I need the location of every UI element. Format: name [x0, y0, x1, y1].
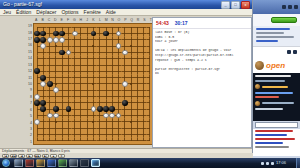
black-stone: [40, 75, 46, 81]
nav-button[interactable]: ◀◀: [10, 154, 17, 158]
black-stone: [103, 106, 109, 112]
browser-window-sliver: open: [253, 0, 300, 158]
chat-text: [255, 92, 293, 94]
taskbar-app-icon[interactable]: [25, 159, 34, 167]
chat-line: [255, 75, 300, 77]
black-stone: [34, 68, 40, 74]
system-tray: 17:06: [261, 158, 286, 168]
menu-item-fenêtre[interactable]: Fenêtre: [84, 10, 101, 15]
taskbar-clock[interactable]: 17:06: [276, 161, 286, 165]
log-line: noir a jouer: [155, 40, 249, 44]
nav-button[interactable]: ▼: [58, 154, 65, 158]
maximize-button[interactable]: □: [231, 1, 240, 9]
chat-line: [255, 80, 300, 82]
white-stone: [59, 37, 65, 43]
board-point[interactable]: [122, 81, 128, 87]
menu-bar: JeuÉditionDéplacerOptionsFenêtreAide: [0, 9, 252, 16]
list-line[interactable]: [255, 146, 289, 148]
hoshi-point: [55, 45, 57, 47]
console-log[interactable]: last move : 67 (B)komi : 6.5noir a jouer…: [153, 29, 251, 76]
board-point[interactable]: [53, 37, 59, 43]
tray-icon[interactable]: [261, 162, 264, 165]
chat-line: [255, 96, 300, 98]
white-stone: [116, 43, 122, 49]
menu-item-édition[interactable]: Édition: [16, 10, 31, 15]
chat-line: [255, 101, 300, 106]
taskbar-app-icon[interactable]: [47, 159, 56, 167]
nav-button[interactable]: |◀: [2, 154, 9, 158]
board-point[interactable]: [47, 81, 53, 87]
white-stone: [53, 37, 59, 43]
browser-tool-icon[interactable]: [282, 5, 286, 9]
taskbar-app-icon[interactable]: [80, 159, 89, 167]
taskbar-icons: [14, 159, 100, 167]
log-line: reponse : Q15 - temps 4.2 s: [155, 59, 249, 63]
browser-tool-icon[interactable]: [294, 5, 298, 9]
chat-input[interactable]: [255, 122, 298, 128]
black-stone: [34, 31, 40, 37]
chat-line: [255, 84, 300, 89]
black-stone: [53, 31, 59, 37]
game-info-panel: 54:43 30:17 last move : 67 (B)komi : 6.5…: [152, 17, 252, 148]
white-stone: [34, 119, 40, 125]
chat-panel: [253, 73, 300, 121]
chat-text: [255, 108, 283, 110]
go-app-window: Go - partie-67.sgf _ □ x JeuÉditionDépla…: [0, 0, 253, 158]
close-button[interactable]: x: [241, 1, 250, 9]
page-header-row: [253, 14, 300, 26]
list-line[interactable]: [255, 130, 293, 132]
taskbar-app-icon[interactable]: [69, 159, 78, 167]
window-title: Go - partie-67.sgf: [0, 2, 42, 7]
nav-button[interactable]: ▲: [50, 154, 57, 158]
white-stone: [40, 43, 46, 49]
page-icon[interactable]: [287, 50, 291, 54]
white-stone: [40, 81, 46, 87]
list-line[interactable]: [255, 138, 295, 140]
black-stone: [59, 50, 65, 56]
hoshi-point: [92, 83, 94, 85]
show-desktop-button[interactable]: [296, 158, 300, 168]
black-stone: [40, 100, 46, 106]
nav-button[interactable]: ▶▶: [34, 154, 41, 158]
link-line[interactable]: [256, 36, 294, 38]
browser-tool-icon[interactable]: [288, 5, 292, 9]
white-stone: [53, 113, 59, 119]
logo-icon: [255, 61, 264, 70]
log-line: partie enregistree : partie-67.sgf: [155, 68, 249, 72]
icons-row: [253, 46, 300, 57]
white-stone: [34, 94, 40, 100]
black-stone: [66, 106, 72, 112]
menu-item-aide[interactable]: Aide: [106, 10, 116, 15]
black-stone: [59, 31, 65, 37]
white-stone: [47, 37, 53, 43]
hoshi-point: [92, 45, 94, 47]
white-stone: [109, 113, 115, 119]
log-line: [155, 45, 249, 49]
white-stone: [116, 113, 122, 119]
log-line: http://gnugo.sf.net/partie/partie-67.htm…: [155, 54, 249, 58]
white-stone: [53, 87, 59, 93]
link-line[interactable]: [256, 32, 284, 34]
window-controls: _ □ x: [221, 1, 250, 9]
taskbar-app-icon[interactable]: [36, 159, 45, 167]
log-line: [155, 63, 249, 67]
taskbar-app-icon[interactable]: [91, 159, 100, 167]
black-clock: 54:43: [156, 20, 169, 26]
black-stone: [34, 37, 40, 43]
menu-item-jeu[interactable]: Jeu: [3, 10, 11, 15]
white-stone: [72, 31, 78, 37]
white-stone: [122, 81, 128, 87]
black-stone: [40, 37, 46, 43]
link-line[interactable]: [256, 40, 278, 42]
hoshi-point: [130, 121, 132, 123]
chat-text: [255, 80, 285, 82]
black-stone: [91, 31, 97, 37]
log-line: 10/19 : les deplacements de gnugo - voir: [155, 49, 249, 53]
title-bar[interactable]: Go - partie-67.sgf _ □ x: [0, 0, 252, 9]
row-label: 1: [24, 139, 33, 145]
black-stone: [40, 31, 46, 37]
white-clock: 30:17: [175, 20, 188, 26]
board-point[interactable]: [34, 93, 40, 99]
chat-text: [255, 96, 279, 98]
menu-item-options[interactable]: Options: [61, 10, 78, 15]
clock-row: 54:43 30:17: [153, 18, 251, 29]
nav-button[interactable]: ◀: [18, 154, 25, 158]
menu-item-déplacer[interactable]: Déplacer: [36, 10, 56, 15]
chat-line: [255, 92, 300, 94]
white-stone: [66, 50, 72, 56]
black-stone: [47, 81, 53, 87]
log-line: last move : 67 (B): [155, 31, 249, 35]
nav-button[interactable]: ▶|: [42, 154, 49, 158]
log-line: ok: [155, 72, 249, 76]
start-button[interactable]: [2, 159, 10, 167]
board-row-labels: 19181716151413121110987654321: [24, 23, 33, 145]
chat-text: [255, 75, 291, 77]
nav-button[interactable]: ▶: [26, 154, 33, 158]
white-stone: [47, 113, 53, 119]
chat-line: [255, 108, 300, 110]
white-stone: [122, 50, 128, 56]
hoshi-point: [130, 83, 132, 85]
hoshi-point: [55, 121, 57, 123]
black-stone: [34, 100, 40, 106]
green-action-button[interactable]: [271, 17, 297, 23]
site-logo-row: open: [253, 57, 300, 73]
board-point[interactable]: [122, 100, 128, 106]
go-board-grid: [34, 24, 153, 144]
user-avatar: [255, 84, 260, 89]
browser-toolbar: [253, 0, 300, 14]
hoshi-point: [55, 83, 57, 85]
user-avatar: [255, 101, 260, 106]
logo-text: open: [266, 61, 285, 70]
hoshi-point: [92, 121, 94, 123]
links-block: [253, 26, 300, 46]
minimize-button[interactable]: _: [221, 1, 230, 9]
black-stone: [53, 106, 59, 112]
tray-icon[interactable]: [271, 162, 274, 165]
black-stone: [103, 31, 109, 37]
taskbar-app-icon[interactable]: [14, 159, 23, 167]
black-stone: [40, 106, 46, 112]
goban: [33, 23, 154, 145]
link-line[interactable]: [256, 28, 290, 30]
black-stone: [109, 106, 115, 112]
hoshi-point: [130, 45, 132, 47]
board-point[interactable]: [47, 37, 53, 43]
list-line[interactable]: [255, 134, 287, 136]
black-stone: [122, 100, 128, 106]
desktop: Go - partie-67.sgf _ □ x JeuÉditionDépla…: [0, 0, 300, 168]
tray-icon[interactable]: [266, 162, 269, 165]
white-stone: [116, 31, 122, 37]
log-list[interactable]: [253, 129, 300, 156]
black-stone: [97, 106, 103, 112]
chat-text: [262, 102, 294, 104]
taskbar-app-icon[interactable]: [58, 159, 67, 167]
white-stone: [103, 113, 109, 119]
white-stone: [91, 106, 97, 112]
taskbar: [0, 158, 300, 168]
list-line[interactable]: [255, 142, 283, 144]
page-icon[interactable]: [293, 50, 297, 54]
chat-text: [262, 86, 288, 88]
log-line: komi : 6.5: [155, 36, 249, 40]
